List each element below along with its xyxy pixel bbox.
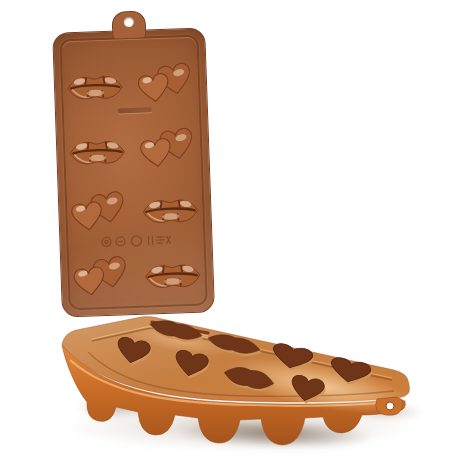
flat-mold	[0, 0, 465, 465]
flat-hang-hole-icon	[386, 402, 394, 410]
product-photo	[0, 0, 465, 465]
